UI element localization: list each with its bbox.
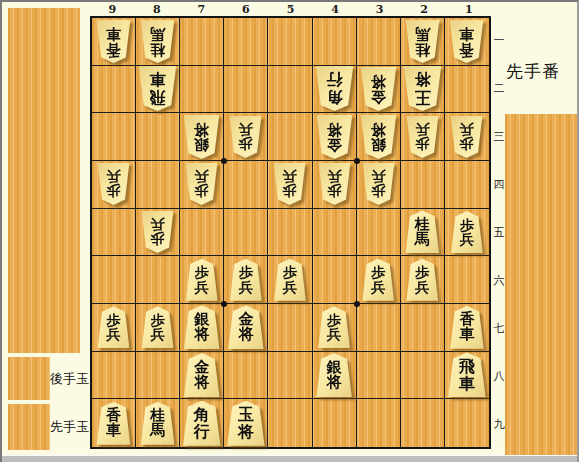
sente-piece-歩兵[interactable]: 歩兵 xyxy=(362,259,395,301)
piece-face: 歩兵 xyxy=(273,163,306,205)
sente-piece-金将[interactable]: 金将 xyxy=(227,305,264,349)
piece-face: 歩兵 xyxy=(318,306,351,348)
board-cell-5-5[interactable] xyxy=(268,209,312,257)
board-cell-3-8[interactable] xyxy=(357,352,401,400)
gote-piece-金将[interactable]: 金将 xyxy=(316,115,353,159)
board-cell-7-9[interactable]: 角行 xyxy=(180,399,224,447)
board-cell-8-4[interactable] xyxy=(136,161,180,209)
piece-face: 銀将 xyxy=(183,305,220,349)
board-cell-1-3[interactable]: 歩兵 xyxy=(445,113,489,161)
board-cell-6-5[interactable] xyxy=(224,209,268,257)
board-cell-3-3[interactable]: 銀将 xyxy=(357,113,401,161)
board-cell-7-3[interactable]: 銀将 xyxy=(180,113,224,161)
board-cell-6-3[interactable]: 歩兵 xyxy=(224,113,268,161)
sente-piece-桂馬[interactable]: 桂馬 xyxy=(405,210,440,253)
piece-face: 香車 xyxy=(449,306,484,349)
gote-king-tray[interactable] xyxy=(8,357,50,400)
board-cell-3-2[interactable]: 金将 xyxy=(357,66,401,114)
sente-piece-銀将[interactable]: 銀将 xyxy=(316,353,353,397)
piece-face: 桂馬 xyxy=(140,402,175,445)
board-cell-3-9[interactable] xyxy=(357,399,401,447)
board-cell-7-8[interactable]: 金将 xyxy=(180,352,224,400)
board-cell-2-6[interactable]: 歩兵 xyxy=(401,256,445,304)
board-cell-7-6[interactable]: 歩兵 xyxy=(180,256,224,304)
board-cell-2-9[interactable] xyxy=(401,399,445,447)
board-cell-1-6[interactable] xyxy=(445,256,489,304)
sente-piece-飛車[interactable]: 飛車 xyxy=(447,352,486,397)
piece-face: 角行 xyxy=(315,66,354,111)
rank-label-1: 一 xyxy=(492,16,506,64)
sente-piece-角行[interactable]: 角行 xyxy=(182,401,221,446)
board-cell-6-9[interactable]: 玉将 xyxy=(224,399,268,447)
sente-piece-金将[interactable]: 金将 xyxy=(183,353,220,397)
board-cell-4-7[interactable]: 歩兵 xyxy=(313,304,357,352)
board-cell-6-1[interactable] xyxy=(224,18,268,66)
board-cell-4-8[interactable]: 銀将 xyxy=(313,352,357,400)
board-cell-7-2[interactable] xyxy=(180,66,224,114)
piece-face: 歩兵 xyxy=(185,163,218,205)
board-cell-4-2[interactable]: 角行 xyxy=(313,66,357,114)
board-cell-6-7[interactable]: 金将 xyxy=(224,304,268,352)
board-cell-2-1[interactable]: 桂馬 xyxy=(401,18,445,66)
board-cell-3-4[interactable]: 歩兵 xyxy=(357,161,401,209)
file-label-2: 2 xyxy=(402,3,447,15)
window-bottom-edge xyxy=(2,455,579,462)
piece-face: 飛車 xyxy=(138,66,177,111)
board-cell-7-4[interactable]: 歩兵 xyxy=(180,161,224,209)
board-cell-9-6[interactable] xyxy=(92,256,136,304)
board-cell-5-4[interactable]: 歩兵 xyxy=(268,161,312,209)
board-cell-5-9[interactable] xyxy=(268,399,312,447)
board-cell-4-6[interactable] xyxy=(313,256,357,304)
board-cell-2-2[interactable]: 王将 xyxy=(401,66,445,114)
sente-piece-歩兵[interactable]: 歩兵 xyxy=(318,306,351,348)
piece-face: 歩兵 xyxy=(362,259,395,301)
piece-face: 香車 xyxy=(449,20,484,63)
board-cell-8-2[interactable]: 飛車 xyxy=(136,66,180,114)
piece-face: 金将 xyxy=(316,115,353,159)
piece-face: 銀将 xyxy=(316,353,353,397)
board-cell-4-1[interactable] xyxy=(313,18,357,66)
piece-face: 歩兵 xyxy=(97,306,130,348)
sente-king-tray[interactable] xyxy=(8,404,50,450)
gote-piece-歩兵[interactable]: 歩兵 xyxy=(450,116,483,158)
hoshi-dot xyxy=(221,301,227,307)
sente-piece-歩兵[interactable]: 歩兵 xyxy=(97,306,130,348)
piece-face: 香車 xyxy=(96,20,131,63)
rank-label-8: 八 xyxy=(492,353,506,401)
piece-face: 歩兵 xyxy=(141,306,174,348)
gote-piece-銀将[interactable]: 銀将 xyxy=(360,115,397,159)
gote-piece-歩兵[interactable]: 歩兵 xyxy=(406,116,439,158)
sente-piece-歩兵[interactable]: 歩兵 xyxy=(273,259,306,301)
gote-piece-王将[interactable]: 王将 xyxy=(403,66,442,111)
board-cell-9-4[interactable]: 歩兵 xyxy=(92,161,136,209)
board-cell-2-7[interactable] xyxy=(401,304,445,352)
board-cell-4-9[interactable] xyxy=(313,399,357,447)
piece-face: 歩兵 xyxy=(406,116,439,158)
sente-king-label: 先手玉 xyxy=(50,404,88,450)
piece-face: 桂馬 xyxy=(140,20,175,63)
gote-piece-歩兵[interactable]: 歩兵 xyxy=(318,163,351,205)
piece-face: 歩兵 xyxy=(450,211,483,253)
board-cell-2-8[interactable] xyxy=(401,352,445,400)
gote-piece-香車[interactable]: 香車 xyxy=(449,20,484,63)
rank-label-2: 二 xyxy=(492,64,506,112)
board-cell-1-7[interactable]: 香車 xyxy=(445,304,489,352)
board-cell-7-1[interactable] xyxy=(180,18,224,66)
board-cell-1-4[interactable] xyxy=(445,161,489,209)
piece-face: 歩兵 xyxy=(406,259,439,301)
board-cell-2-5[interactable]: 桂馬 xyxy=(401,209,445,257)
gote-piece-歩兵[interactable]: 歩兵 xyxy=(362,163,395,205)
board-cell-6-4[interactable] xyxy=(224,161,268,209)
sente-piece-歩兵[interactable]: 歩兵 xyxy=(141,306,174,348)
rank-coordinate-labels: 一二三四五六七八九 xyxy=(492,16,506,449)
turn-indicator: 先手番 xyxy=(506,60,578,82)
board-cell-5-6[interactable]: 歩兵 xyxy=(268,256,312,304)
sente-piece-歩兵[interactable]: 歩兵 xyxy=(229,259,262,301)
piece-face: 玉将 xyxy=(226,401,265,446)
piece-face: 金将 xyxy=(183,353,220,397)
rank-label-9: 九 xyxy=(492,401,506,449)
file-label-8: 8 xyxy=(135,3,180,15)
board-cell-7-7[interactable]: 銀将 xyxy=(180,304,224,352)
board-cell-3-7[interactable] xyxy=(357,304,401,352)
gote-piece-角行[interactable]: 角行 xyxy=(315,66,354,111)
rank-label-3: 三 xyxy=(492,112,506,160)
piece-face: 王将 xyxy=(403,66,442,111)
file-label-3: 3 xyxy=(357,3,402,15)
piece-face: 飛車 xyxy=(447,352,486,397)
board-cell-4-3[interactable]: 金将 xyxy=(313,113,357,161)
board-cell-6-2[interactable] xyxy=(224,66,268,114)
board-cell-5-2[interactable] xyxy=(268,66,312,114)
piece-face: 歩兵 xyxy=(318,163,351,205)
piece-face: 銀将 xyxy=(183,115,220,159)
hoshi-dot xyxy=(354,158,360,164)
piece-face: 角行 xyxy=(182,401,221,446)
board-cell-6-6[interactable]: 歩兵 xyxy=(224,256,268,304)
board-cell-7-5[interactable] xyxy=(180,209,224,257)
board-cell-9-7[interactable]: 歩兵 xyxy=(92,304,136,352)
piece-face: 桂馬 xyxy=(405,20,440,63)
board-cell-3-5[interactable] xyxy=(357,209,401,257)
board-cell-9-9[interactable]: 香車 xyxy=(92,399,136,447)
piece-face: 歩兵 xyxy=(273,259,306,301)
file-label-9: 9 xyxy=(90,3,135,15)
shogi-app-window: 後手玉 先手玉 987654321 一二三四五六七八九 香車桂馬桂馬香車飛車角行… xyxy=(0,0,579,462)
piece-face: 歩兵 xyxy=(229,116,262,158)
board-cell-8-9[interactable]: 桂馬 xyxy=(136,399,180,447)
gote-piece-歩兵[interactable]: 歩兵 xyxy=(97,163,130,205)
piece-face: 金将 xyxy=(360,67,397,111)
gote-piece-桂馬[interactable]: 桂馬 xyxy=(140,20,175,63)
board-cell-9-5[interactable] xyxy=(92,209,136,257)
board-cell-6-8[interactable] xyxy=(224,352,268,400)
piece-face: 歩兵 xyxy=(450,116,483,158)
piece-face: 桂馬 xyxy=(405,210,440,253)
gote-piece-桂馬[interactable]: 桂馬 xyxy=(405,20,440,63)
sente-piece-歩兵[interactable]: 歩兵 xyxy=(406,259,439,301)
board-cell-5-3[interactable] xyxy=(268,113,312,161)
sente-captured-pieces-stand[interactable] xyxy=(505,114,579,455)
file-label-5: 5 xyxy=(268,3,313,15)
piece-face: 香車 xyxy=(96,402,131,445)
rank-label-5: 五 xyxy=(492,208,506,256)
sente-piece-香車[interactable]: 香車 xyxy=(96,402,131,445)
board-cell-8-7[interactable]: 歩兵 xyxy=(136,304,180,352)
piece-face: 歩兵 xyxy=(141,211,174,253)
sente-piece-香車[interactable]: 香車 xyxy=(449,306,484,349)
piece-face: 歩兵 xyxy=(97,163,130,205)
board-cell-9-1[interactable]: 香車 xyxy=(92,18,136,66)
board-cell-5-8[interactable] xyxy=(268,352,312,400)
piece-face: 歩兵 xyxy=(362,163,395,205)
board-cell-2-3[interactable]: 歩兵 xyxy=(401,113,445,161)
rank-label-6: 六 xyxy=(492,257,506,305)
board-cell-9-8[interactable] xyxy=(92,352,136,400)
board-cell-8-3[interactable] xyxy=(136,113,180,161)
gote-piece-歩兵[interactable]: 歩兵 xyxy=(273,163,306,205)
board-cell-1-8[interactable]: 飛車 xyxy=(445,352,489,400)
gote-captured-pieces-stand[interactable] xyxy=(8,8,80,353)
file-label-4: 4 xyxy=(313,3,358,15)
board-cell-5-7[interactable] xyxy=(268,304,312,352)
piece-face: 金将 xyxy=(227,305,264,349)
gote-piece-香車[interactable]: 香車 xyxy=(96,20,131,63)
board-cell-9-3[interactable] xyxy=(92,113,136,161)
board-cell-8-6[interactable] xyxy=(136,256,180,304)
gote-king-label: 後手玉 xyxy=(50,357,88,400)
gote-piece-歩兵[interactable]: 歩兵 xyxy=(141,211,174,253)
rank-label-4: 四 xyxy=(492,160,506,208)
sente-piece-歩兵[interactable]: 歩兵 xyxy=(450,211,483,253)
board-cell-4-5[interactable] xyxy=(313,209,357,257)
board-cell-5-1[interactable] xyxy=(268,18,312,66)
gote-piece-歩兵[interactable]: 歩兵 xyxy=(185,163,218,205)
sente-piece-玉将[interactable]: 玉将 xyxy=(226,401,265,446)
gote-piece-銀将[interactable]: 銀将 xyxy=(183,115,220,159)
hoshi-dot xyxy=(354,301,360,307)
piece-face: 銀将 xyxy=(360,115,397,159)
board-cell-1-5[interactable]: 歩兵 xyxy=(445,209,489,257)
shogi-board: 香車桂馬桂馬香車飛車角行金将王将銀将歩兵金将銀将歩兵歩兵歩兵歩兵歩兵歩兵歩兵歩兵… xyxy=(90,16,491,449)
sente-piece-桂馬[interactable]: 桂馬 xyxy=(140,402,175,445)
gote-piece-飛車[interactable]: 飛車 xyxy=(138,66,177,111)
file-label-6: 6 xyxy=(224,3,269,15)
board-cell-1-1[interactable]: 香車 xyxy=(445,18,489,66)
board-cell-8-1[interactable]: 桂馬 xyxy=(136,18,180,66)
piece-face: 歩兵 xyxy=(229,259,262,301)
board-cell-1-9[interactable] xyxy=(445,399,489,447)
board-cell-3-6[interactable]: 歩兵 xyxy=(357,256,401,304)
board-cell-8-5[interactable]: 歩兵 xyxy=(136,209,180,257)
board-cell-2-4[interactable] xyxy=(401,161,445,209)
hoshi-dot xyxy=(221,158,227,164)
board-cell-1-2[interactable] xyxy=(445,66,489,114)
rank-label-7: 七 xyxy=(492,305,506,353)
board-cell-3-1[interactable] xyxy=(357,18,401,66)
board-cell-4-4[interactable]: 歩兵 xyxy=(313,161,357,209)
board-cell-8-8[interactable] xyxy=(136,352,180,400)
file-label-1: 1 xyxy=(446,3,491,15)
gote-piece-金将[interactable]: 金将 xyxy=(360,67,397,111)
piece-face: 歩兵 xyxy=(185,259,218,301)
board-cell-9-2[interactable] xyxy=(92,66,136,114)
gote-piece-歩兵[interactable]: 歩兵 xyxy=(229,116,262,158)
file-coordinate-labels: 987654321 xyxy=(90,3,491,15)
sente-piece-銀将[interactable]: 銀将 xyxy=(183,305,220,349)
sente-piece-歩兵[interactable]: 歩兵 xyxy=(185,259,218,301)
file-label-7: 7 xyxy=(179,3,224,15)
